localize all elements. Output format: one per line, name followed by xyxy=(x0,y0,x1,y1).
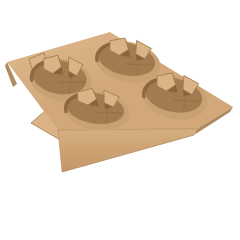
cup-carrier-photo xyxy=(0,0,240,240)
cup-carrier-illustration xyxy=(0,0,240,240)
tray-front-panel xyxy=(58,129,197,172)
